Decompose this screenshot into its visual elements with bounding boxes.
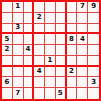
cell-r7c4-given: 4 bbox=[34, 67, 45, 78]
cell-r6c9-empty[interactable] bbox=[88, 56, 99, 67]
cell-r3c6-empty[interactable] bbox=[56, 24, 67, 35]
cell-r1c4-empty[interactable] bbox=[34, 2, 45, 13]
cell-r2c8-empty[interactable] bbox=[77, 13, 88, 24]
cell-r9c6-given: 5 bbox=[56, 88, 67, 99]
cell-r4c4-empty[interactable] bbox=[34, 34, 45, 45]
cell-r4c3-empty[interactable] bbox=[24, 34, 35, 45]
cell-r1c6-empty[interactable] bbox=[56, 2, 67, 13]
cell-r7c5-empty[interactable] bbox=[45, 67, 56, 78]
cell-r5c3-given: 4 bbox=[24, 45, 35, 56]
cell-r8c1-given: 6 bbox=[2, 77, 13, 88]
cell-r1c3-empty[interactable] bbox=[24, 2, 35, 13]
cell-r9c9-empty[interactable] bbox=[88, 88, 99, 99]
cell-r6c2-empty[interactable] bbox=[13, 56, 24, 67]
cell-r4c5-empty[interactable] bbox=[45, 34, 56, 45]
cell-r6c4-empty[interactable] bbox=[34, 56, 45, 67]
cell-r2c2-empty[interactable] bbox=[13, 13, 24, 24]
cell-r1c7-empty[interactable] bbox=[67, 2, 78, 13]
cell-r8c9-given: 3 bbox=[88, 77, 99, 88]
sudoku-board: 17923584241426375 bbox=[0, 0, 101, 101]
cell-r7c1-empty[interactable] bbox=[2, 67, 13, 78]
cell-r8c6-empty[interactable] bbox=[56, 77, 67, 88]
cell-r5c8-empty[interactable] bbox=[77, 45, 88, 56]
cell-r3c3-empty[interactable] bbox=[24, 24, 35, 35]
cell-r8c3-empty[interactable] bbox=[24, 77, 35, 88]
cell-r2c3-empty[interactable] bbox=[24, 13, 35, 24]
cell-r6c5-given: 1 bbox=[45, 56, 56, 67]
cell-r5c9-empty[interactable] bbox=[88, 45, 99, 56]
cell-r2c4-given: 2 bbox=[34, 13, 45, 24]
cell-r3c5-empty[interactable] bbox=[45, 24, 56, 35]
cell-r2c5-empty[interactable] bbox=[45, 13, 56, 24]
cell-r7c2-empty[interactable] bbox=[13, 67, 24, 78]
cell-r6c8-empty[interactable] bbox=[77, 56, 88, 67]
cell-r3c4-empty[interactable] bbox=[34, 24, 45, 35]
cell-r8c2-empty[interactable] bbox=[13, 77, 24, 88]
cell-r1c2-given: 1 bbox=[13, 2, 24, 13]
cell-r9c1-empty[interactable] bbox=[2, 88, 13, 99]
cell-r2c9-empty[interactable] bbox=[88, 13, 99, 24]
cell-r6c1-empty[interactable] bbox=[2, 56, 13, 67]
cell-r7c7-given: 2 bbox=[67, 67, 78, 78]
cell-r9c2-given: 7 bbox=[13, 88, 24, 99]
cell-r4c7-given: 8 bbox=[67, 34, 78, 45]
cell-r4c2-empty[interactable] bbox=[13, 34, 24, 45]
cell-r7c6-empty[interactable] bbox=[56, 67, 67, 78]
cell-r5c2-empty[interactable] bbox=[13, 45, 24, 56]
cell-r7c3-empty[interactable] bbox=[24, 67, 35, 78]
cell-r7c8-empty[interactable] bbox=[77, 67, 88, 78]
cell-r5c5-empty[interactable] bbox=[45, 45, 56, 56]
cell-r2c7-empty[interactable] bbox=[67, 13, 78, 24]
cell-r4c8-given: 4 bbox=[77, 34, 88, 45]
cell-r6c6-empty[interactable] bbox=[56, 56, 67, 67]
cell-r5c7-empty[interactable] bbox=[67, 45, 78, 56]
cell-r1c1-empty[interactable] bbox=[2, 2, 13, 13]
cell-r3c8-empty[interactable] bbox=[77, 24, 88, 35]
cell-r3c2-given: 3 bbox=[13, 24, 24, 35]
cell-r3c1-empty[interactable] bbox=[2, 24, 13, 35]
cell-r4c6-empty[interactable] bbox=[56, 34, 67, 45]
cell-r1c5-empty[interactable] bbox=[45, 2, 56, 13]
cell-r3c7-empty[interactable] bbox=[67, 24, 78, 35]
cell-r9c4-empty[interactable] bbox=[34, 88, 45, 99]
cell-r1c8-given: 7 bbox=[77, 2, 88, 13]
cell-r9c8-empty[interactable] bbox=[77, 88, 88, 99]
cell-r8c5-empty[interactable] bbox=[45, 77, 56, 88]
cell-r1c9-given: 9 bbox=[88, 2, 99, 13]
cell-r2c6-empty[interactable] bbox=[56, 13, 67, 24]
cell-r6c7-empty[interactable] bbox=[67, 56, 78, 67]
cell-r2c1-empty[interactable] bbox=[2, 13, 13, 24]
cell-r4c9-empty[interactable] bbox=[88, 34, 99, 45]
cell-r3c9-empty[interactable] bbox=[88, 24, 99, 35]
cell-r5c1-given: 2 bbox=[2, 45, 13, 56]
cell-r5c6-empty[interactable] bbox=[56, 45, 67, 56]
cell-r9c7-empty[interactable] bbox=[67, 88, 78, 99]
cell-r5c4-empty[interactable] bbox=[34, 45, 45, 56]
cell-r8c8-empty[interactable] bbox=[77, 77, 88, 88]
cell-r4c1-given: 5 bbox=[2, 34, 13, 45]
cell-r8c4-empty[interactable] bbox=[34, 77, 45, 88]
cell-r8c7-empty[interactable] bbox=[67, 77, 78, 88]
cell-r6c3-empty[interactable] bbox=[24, 56, 35, 67]
cell-r9c5-empty[interactable] bbox=[45, 88, 56, 99]
cell-r7c9-empty[interactable] bbox=[88, 67, 99, 78]
cell-r9c3-empty[interactable] bbox=[24, 88, 35, 99]
